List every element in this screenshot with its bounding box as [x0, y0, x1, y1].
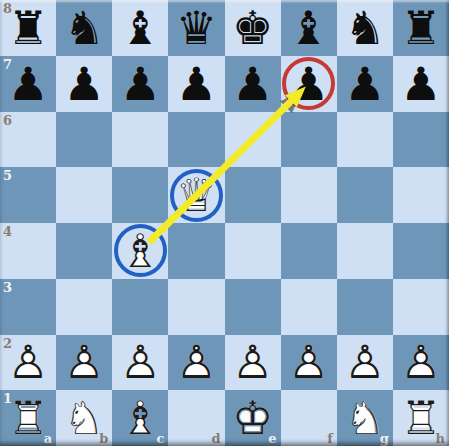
square-c8[interactable]: ♝	[112, 0, 168, 56]
white-king-e1: ♔	[232, 395, 273, 441]
square-d1[interactable]: d	[168, 390, 224, 446]
black-knight-g8: ♞	[344, 5, 385, 51]
black-pawn-a7: ♟	[7, 61, 48, 107]
square-g6[interactable]	[337, 112, 393, 168]
square-d2[interactable]: ♙	[168, 335, 224, 391]
black-pawn-c7: ♟	[120, 61, 161, 107]
square-c5[interactable]	[112, 167, 168, 223]
square-a6[interactable]: 6	[0, 112, 56, 168]
rank-label-6: 6	[3, 114, 12, 127]
file-label-f: f	[327, 432, 333, 445]
square-b2[interactable]: ♙	[56, 335, 112, 391]
square-b4[interactable]	[56, 223, 112, 279]
black-king-e8: ♚	[232, 5, 273, 51]
square-h1[interactable]: h♖	[393, 390, 449, 446]
white-pawn-d2: ♙	[176, 339, 217, 385]
white-pawn-b2: ♙	[64, 339, 105, 385]
white-bishop-c4: ♗	[120, 228, 161, 274]
square-e5[interactable]	[225, 167, 281, 223]
black-pawn-b7: ♟	[64, 61, 105, 107]
square-c7[interactable]: ♟	[112, 56, 168, 112]
square-h8[interactable]: ♜	[393, 0, 449, 56]
square-a8[interactable]: 8♜	[0, 0, 56, 56]
square-h7[interactable]: ♟	[393, 56, 449, 112]
square-e3[interactable]	[225, 279, 281, 335]
square-a7[interactable]: 7♟	[0, 56, 56, 112]
square-f7[interactable]: ♟	[281, 56, 337, 112]
white-rook-a1: ♖	[7, 395, 48, 441]
white-pawn-g2: ♙	[344, 339, 385, 385]
square-g3[interactable]	[337, 279, 393, 335]
square-d4[interactable]	[168, 223, 224, 279]
chessboard: 8♜♞♝♛♚♝♞♜7♟♟♟♟♟♟♟♟65♕4♗32♙♙♙♙♙♙♙♙1a♖b♘c♗…	[0, 0, 449, 446]
white-pawn-a2: ♙	[7, 339, 48, 385]
square-f2[interactable]: ♙	[281, 335, 337, 391]
black-pawn-e7: ♟	[232, 61, 273, 107]
white-knight-g1: ♘	[344, 395, 385, 441]
black-bishop-c8: ♝	[120, 5, 161, 51]
square-a4[interactable]: 4	[0, 223, 56, 279]
square-e1[interactable]: e♔	[225, 390, 281, 446]
square-b5[interactable]	[56, 167, 112, 223]
square-c6[interactable]	[112, 112, 168, 168]
chessboard-diagram: 8♜♞♝♛♚♝♞♜7♟♟♟♟♟♟♟♟65♕4♗32♙♙♙♙♙♙♙♙1a♖b♘c♗…	[0, 0, 449, 446]
black-queen-d8: ♛	[176, 5, 217, 51]
square-b8[interactable]: ♞	[56, 0, 112, 56]
black-pawn-d7: ♟	[176, 61, 217, 107]
white-pawn-f2: ♙	[288, 339, 329, 385]
rank-label-3: 3	[3, 281, 12, 294]
black-bishop-f8: ♝	[288, 5, 329, 51]
square-h2[interactable]: ♙	[393, 335, 449, 391]
square-g1[interactable]: g♘	[337, 390, 393, 446]
square-g8[interactable]: ♞	[337, 0, 393, 56]
square-f8[interactable]: ♝	[281, 0, 337, 56]
square-g2[interactable]: ♙	[337, 335, 393, 391]
square-d7[interactable]: ♟	[168, 56, 224, 112]
square-g7[interactable]: ♟	[337, 56, 393, 112]
rank-label-4: 4	[3, 225, 12, 238]
white-bishop-c1: ♗	[120, 395, 161, 441]
square-a3[interactable]: 3	[0, 279, 56, 335]
black-rook-a8: ♜	[7, 5, 48, 51]
white-pawn-e2: ♙	[232, 339, 273, 385]
black-pawn-f7: ♟	[288, 61, 329, 107]
white-queen-d5: ♕	[176, 172, 217, 218]
square-a1[interactable]: 1a♖	[0, 390, 56, 446]
black-pawn-h7: ♟	[400, 61, 441, 107]
square-b3[interactable]	[56, 279, 112, 335]
square-c1[interactable]: c♗	[112, 390, 168, 446]
square-a2[interactable]: 2♙	[0, 335, 56, 391]
square-b7[interactable]: ♟	[56, 56, 112, 112]
square-e7[interactable]: ♟	[225, 56, 281, 112]
rank-label-5: 5	[3, 169, 12, 182]
square-d6[interactable]	[168, 112, 224, 168]
square-f1[interactable]: f	[281, 390, 337, 446]
square-e8[interactable]: ♚	[225, 0, 281, 56]
square-f6[interactable]	[281, 112, 337, 168]
square-c4[interactable]: ♗	[112, 223, 168, 279]
square-f5[interactable]	[281, 167, 337, 223]
file-label-d: d	[211, 432, 220, 445]
square-f4[interactable]	[281, 223, 337, 279]
square-a5[interactable]: 5	[0, 167, 56, 223]
square-d3[interactable]	[168, 279, 224, 335]
white-pawn-c2: ♙	[120, 339, 161, 385]
black-pawn-g7: ♟	[344, 61, 385, 107]
white-pawn-h2: ♙	[400, 339, 441, 385]
square-h4[interactable]	[393, 223, 449, 279]
square-g5[interactable]	[337, 167, 393, 223]
square-d8[interactable]: ♛	[168, 0, 224, 56]
square-e6[interactable]	[225, 112, 281, 168]
square-g4[interactable]	[337, 223, 393, 279]
square-c2[interactable]: ♙	[112, 335, 168, 391]
square-h3[interactable]	[393, 279, 449, 335]
square-b6[interactable]	[56, 112, 112, 168]
square-c3[interactable]	[112, 279, 168, 335]
black-knight-b8: ♞	[64, 5, 105, 51]
white-rook-h1: ♖	[400, 395, 441, 441]
white-knight-b1: ♘	[64, 395, 105, 441]
square-f3[interactable]	[281, 279, 337, 335]
square-e2[interactable]: ♙	[225, 335, 281, 391]
square-h6[interactable]	[393, 112, 449, 168]
black-rook-h8: ♜	[400, 5, 441, 51]
square-d5[interactable]: ♕	[168, 167, 224, 223]
square-b1[interactable]: b♘	[56, 390, 112, 446]
square-h5[interactable]	[393, 167, 449, 223]
square-e4[interactable]	[225, 223, 281, 279]
